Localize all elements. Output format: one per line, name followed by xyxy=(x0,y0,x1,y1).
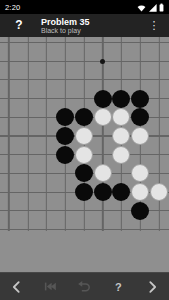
chevron-left-icon xyxy=(10,280,23,294)
black-stone xyxy=(75,108,93,126)
clock: 2:20 xyxy=(5,3,20,12)
black-stone xyxy=(112,90,130,108)
battery-icon xyxy=(159,3,164,12)
white-stone xyxy=(112,108,130,126)
next-problem-button[interactable] xyxy=(135,273,169,300)
hint-button[interactable]: ? xyxy=(101,273,135,300)
skip-to-start-icon xyxy=(43,280,58,293)
black-stone xyxy=(94,183,112,201)
white-stone xyxy=(131,164,149,182)
hoshi-point xyxy=(100,59,105,64)
wifi-icon xyxy=(137,4,146,12)
white-stone xyxy=(131,183,149,201)
status-bar: 2:20 xyxy=(0,0,169,14)
skip-to-start-button[interactable] xyxy=(34,273,68,300)
hint-label: ? xyxy=(115,281,122,293)
white-stone xyxy=(131,127,149,145)
white-stone xyxy=(94,108,112,126)
black-stone xyxy=(56,127,74,145)
black-stone xyxy=(75,183,93,201)
go-board[interactable] xyxy=(0,37,169,272)
white-stone xyxy=(94,164,112,182)
black-stone xyxy=(131,202,149,220)
white-stone xyxy=(75,127,93,145)
black-stone xyxy=(131,108,149,126)
white-stone xyxy=(112,146,130,164)
previous-problem-button[interactable] xyxy=(0,273,34,300)
white-stone xyxy=(75,146,93,164)
chevron-right-icon xyxy=(146,280,159,294)
title-block: Problem 35 Black to play xyxy=(41,17,90,35)
black-stone xyxy=(112,183,130,201)
stone-layer xyxy=(0,33,168,239)
white-stone xyxy=(112,127,130,145)
bottom-toolbar: ? xyxy=(0,272,169,300)
cell-signal-icon xyxy=(149,4,157,12)
undo-button[interactable] xyxy=(68,273,102,300)
black-stone xyxy=(94,90,112,108)
black-stone xyxy=(56,108,74,126)
undo-icon xyxy=(77,280,91,293)
page-title: Problem 35 xyxy=(41,17,90,27)
black-stone xyxy=(56,146,74,164)
status-icons xyxy=(137,3,164,12)
white-stone xyxy=(150,183,168,201)
black-stone xyxy=(131,90,149,108)
black-stone xyxy=(75,164,93,182)
